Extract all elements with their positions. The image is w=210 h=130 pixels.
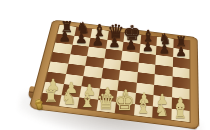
square-c1[interactable] [77,97,97,111]
square-e1[interactable] [115,102,135,116]
square-g1[interactable] [152,106,171,120]
square-f1[interactable] [133,104,152,118]
square-h1[interactable] [171,108,190,122]
square-d1[interactable] [96,99,116,113]
square-b1[interactable] [59,95,80,109]
chess-set-photo: ♜♞♝♛♚♝♞♜♟♟♟♟♟♟♟♟♟♟♟♟♟♟♟♟♜♞♝♛♚♝♞♜ [0,0,210,130]
board-squares [40,25,190,122]
